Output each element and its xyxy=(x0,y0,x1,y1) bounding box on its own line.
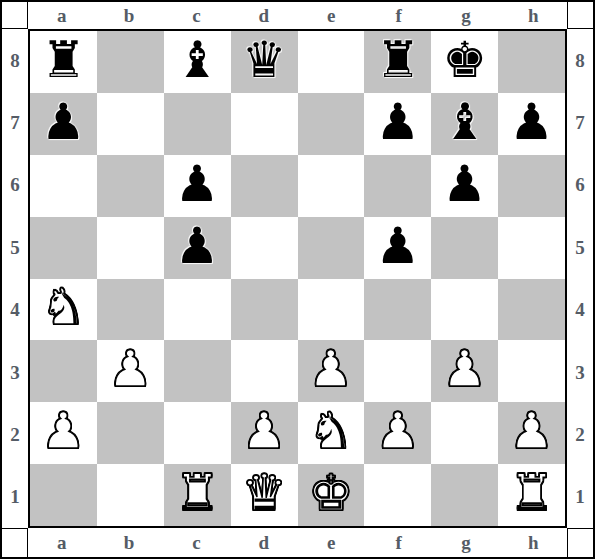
square-f6[interactable] xyxy=(364,155,431,217)
square-d8[interactable]: ♛ xyxy=(231,31,298,93)
square-e8[interactable] xyxy=(298,31,365,93)
black-king[interactable]: ♚ xyxy=(442,35,487,85)
black-bishop[interactable]: ♝ xyxy=(442,97,487,147)
black-pawn[interactable]: ♟ xyxy=(442,159,487,209)
square-d3[interactable] xyxy=(231,340,298,402)
white-pawn[interactable]: ♟ xyxy=(509,406,554,456)
square-b5[interactable] xyxy=(97,217,164,279)
rank-label-1: 1 xyxy=(2,487,28,506)
square-d6[interactable] xyxy=(231,155,298,217)
square-g2[interactable] xyxy=(431,402,498,464)
square-f5[interactable]: ♟ xyxy=(364,217,431,279)
square-e4[interactable] xyxy=(298,279,365,341)
corner-bottom-left xyxy=(2,528,28,557)
square-b3[interactable]: ♟ xyxy=(97,340,164,402)
square-c2[interactable] xyxy=(164,402,231,464)
black-rook[interactable]: ♜ xyxy=(41,35,86,85)
square-b8[interactable] xyxy=(97,31,164,93)
square-b4[interactable] xyxy=(97,279,164,341)
square-b1[interactable] xyxy=(97,464,164,526)
white-pawn[interactable]: ♟ xyxy=(41,406,86,456)
rank-label-8: 8 xyxy=(567,51,593,70)
file-label-g: g xyxy=(432,6,499,25)
square-h2[interactable]: ♟ xyxy=(498,402,565,464)
square-g8[interactable]: ♚ xyxy=(431,31,498,93)
square-f1[interactable] xyxy=(364,464,431,526)
square-e5[interactable] xyxy=(298,217,365,279)
square-f4[interactable] xyxy=(364,279,431,341)
rank-label-7: 7 xyxy=(2,113,28,132)
rank-label-5: 5 xyxy=(567,238,593,257)
square-h4[interactable] xyxy=(498,279,565,341)
square-b2[interactable] xyxy=(97,402,164,464)
square-a1[interactable] xyxy=(30,464,97,526)
rank-label-4: 4 xyxy=(2,300,28,319)
square-c4[interactable] xyxy=(164,279,231,341)
file-label-h: h xyxy=(500,533,567,552)
file-label-d: d xyxy=(230,533,297,552)
rank-label-6: 6 xyxy=(567,175,593,194)
square-f3[interactable] xyxy=(364,340,431,402)
white-rook[interactable]: ♜ xyxy=(509,468,554,518)
rank-label-3: 3 xyxy=(2,363,28,382)
square-h8[interactable] xyxy=(498,31,565,93)
file-label-b: b xyxy=(95,6,162,25)
square-a2[interactable]: ♟ xyxy=(30,402,97,464)
board: ♜♝♛♜♚♟♟♝♟♟♟♟♟♞♟♟♟♟♟♞♟♟♜♛♚♜ xyxy=(28,29,567,528)
file-label-f: f xyxy=(365,6,432,25)
file-label-f: f xyxy=(365,533,432,552)
square-f2[interactable]: ♟ xyxy=(364,402,431,464)
file-label-c: c xyxy=(163,533,230,552)
square-f7[interactable]: ♟ xyxy=(364,93,431,155)
square-b7[interactable] xyxy=(97,93,164,155)
square-e2[interactable]: ♞ xyxy=(298,402,365,464)
square-c5[interactable]: ♟ xyxy=(164,217,231,279)
square-d2[interactable]: ♟ xyxy=(231,402,298,464)
square-a3[interactable] xyxy=(30,340,97,402)
file-label-h: h xyxy=(500,6,567,25)
black-pawn[interactable]: ♟ xyxy=(375,97,420,147)
black-pawn[interactable]: ♟ xyxy=(509,97,554,147)
square-h6[interactable] xyxy=(498,155,565,217)
rank-labels-right: 87654321 xyxy=(567,29,593,528)
square-h1[interactable]: ♜ xyxy=(498,464,565,526)
square-b6[interactable] xyxy=(97,155,164,217)
white-queen[interactable]: ♛ xyxy=(242,468,287,518)
square-f8[interactable]: ♜ xyxy=(364,31,431,93)
rank-label-2: 2 xyxy=(567,425,593,444)
square-e3[interactable]: ♟ xyxy=(298,340,365,402)
white-pawn[interactable]: ♟ xyxy=(309,344,354,394)
rank-label-4: 4 xyxy=(567,300,593,319)
corner-top-right xyxy=(567,2,593,29)
square-e7[interactable] xyxy=(298,93,365,155)
file-label-a: a xyxy=(28,6,95,25)
black-pawn[interactable]: ♟ xyxy=(175,159,220,209)
square-d5[interactable] xyxy=(231,217,298,279)
rank-label-1: 1 xyxy=(567,487,593,506)
file-label-a: a xyxy=(28,533,95,552)
square-g1[interactable] xyxy=(431,464,498,526)
square-c6[interactable]: ♟ xyxy=(164,155,231,217)
white-king[interactable]: ♚ xyxy=(309,468,354,518)
file-label-c: c xyxy=(163,6,230,25)
black-pawn[interactable]: ♟ xyxy=(41,97,86,147)
corner-bottom-right xyxy=(567,528,593,557)
square-a7[interactable]: ♟ xyxy=(30,93,97,155)
square-d7[interactable] xyxy=(231,93,298,155)
square-a5[interactable] xyxy=(30,217,97,279)
square-g5[interactable] xyxy=(431,217,498,279)
square-d1[interactable]: ♛ xyxy=(231,464,298,526)
white-pawn[interactable]: ♟ xyxy=(108,344,153,394)
square-g6[interactable]: ♟ xyxy=(431,155,498,217)
corner-top-left xyxy=(2,2,28,29)
file-labels-bottom: abcdefgh xyxy=(28,528,567,557)
square-a8[interactable]: ♜ xyxy=(30,31,97,93)
square-c3[interactable] xyxy=(164,340,231,402)
black-pawn[interactable]: ♟ xyxy=(375,221,420,271)
file-label-e: e xyxy=(298,533,365,552)
square-c1[interactable]: ♜ xyxy=(164,464,231,526)
square-e1[interactable]: ♚ xyxy=(298,464,365,526)
square-g4[interactable] xyxy=(431,279,498,341)
black-pawn[interactable]: ♟ xyxy=(175,221,220,271)
square-g3[interactable]: ♟ xyxy=(431,340,498,402)
rank-label-5: 5 xyxy=(2,238,28,257)
file-label-d: d xyxy=(230,6,297,25)
square-h3[interactable] xyxy=(498,340,565,402)
square-h7[interactable]: ♟ xyxy=(498,93,565,155)
rank-label-3: 3 xyxy=(567,363,593,382)
square-a6[interactable] xyxy=(30,155,97,217)
file-label-g: g xyxy=(432,533,499,552)
square-a4[interactable]: ♞ xyxy=(30,279,97,341)
square-h5[interactable] xyxy=(498,217,565,279)
rank-label-2: 2 xyxy=(2,425,28,444)
white-pawn[interactable]: ♟ xyxy=(242,406,287,456)
rank-label-8: 8 xyxy=(2,51,28,70)
square-g7[interactable]: ♝ xyxy=(431,93,498,155)
square-d4[interactable] xyxy=(231,279,298,341)
square-c7[interactable] xyxy=(164,93,231,155)
square-c8[interactable]: ♝ xyxy=(164,31,231,93)
white-pawn[interactable]: ♟ xyxy=(375,406,420,456)
file-label-b: b xyxy=(95,533,162,552)
square-e6[interactable] xyxy=(298,155,365,217)
white-pawn[interactable]: ♟ xyxy=(442,344,487,394)
black-queen[interactable]: ♛ xyxy=(242,35,287,85)
rank-label-7: 7 xyxy=(567,113,593,132)
rank-labels-left: 87654321 xyxy=(2,29,28,528)
white-knight[interactable]: ♞ xyxy=(41,282,86,332)
file-labels-top: abcdefgh xyxy=(28,2,567,29)
rank-label-6: 6 xyxy=(2,175,28,194)
file-label-e: e xyxy=(298,6,365,25)
white-rook[interactable]: ♜ xyxy=(175,468,220,518)
black-bishop[interactable]: ♝ xyxy=(175,35,220,85)
chess-diagram: abcdefgh 87654321 ♜♝♛♜♚♟♟♝♟♟♟♟♟♞♟♟♟♟♟♞♟♟… xyxy=(0,0,595,559)
white-knight[interactable]: ♞ xyxy=(309,406,354,456)
black-rook[interactable]: ♜ xyxy=(375,35,420,85)
